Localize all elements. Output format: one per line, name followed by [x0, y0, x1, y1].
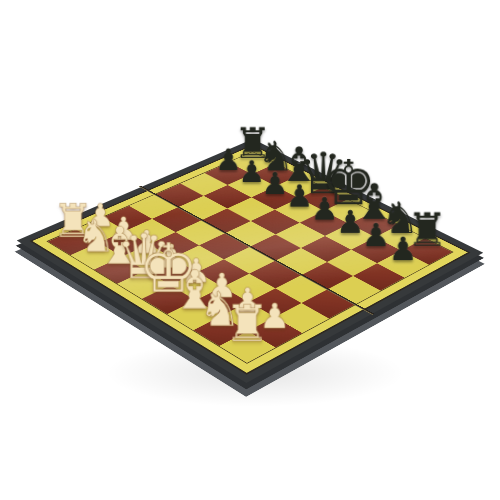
white-rook: ♜ [225, 301, 270, 346]
folding-chess-board: ♜♞♝♛♚♝♞♜♟♟♟♟♟♟♟♟♟♟♟♟♟♟♟♟♜♞♝♛♚♝♞♜ [17, 139, 484, 383]
black-pawn: ♟ [311, 195, 339, 223]
product-photo-scene: ♜♞♝♛♚♝♞♜♟♟♟♟♟♟♟♟♟♟♟♟♟♟♟♟♜♞♝♛♚♝♞♜ [0, 0, 500, 500]
square-h1: ♜ [220, 331, 275, 362]
black-pawn: ♟ [389, 235, 418, 264]
black-pawn: ♟ [336, 208, 364, 236]
chess-board: ♜♞♝♛♚♝♞♜♟♟♟♟♟♟♟♟♟♟♟♟♟♟♟♟♜♞♝♛♚♝♞♜ [46, 151, 453, 363]
board-face: ♜♞♝♛♚♝♞♜♟♟♟♟♟♟♟♟♟♟♟♟♟♟♟♟♜♞♝♛♚♝♞♜ [17, 139, 484, 383]
black-pawn: ♟ [286, 183, 314, 211]
black-pawn: ♟ [362, 221, 391, 250]
